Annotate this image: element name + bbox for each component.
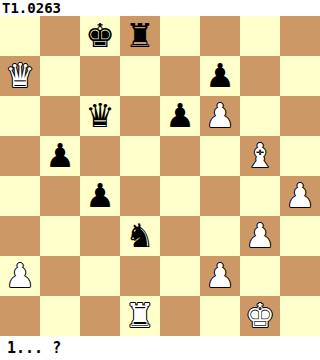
move-prompt: 1... ? xyxy=(7,339,61,357)
square-c3[interactable] xyxy=(80,216,120,256)
square-g6[interactable] xyxy=(240,96,280,136)
square-e5[interactable] xyxy=(160,136,200,176)
square-d3[interactable]: ♞ xyxy=(120,216,160,256)
black-knight[interactable]: ♞ xyxy=(125,216,155,256)
chess-puzzle-window: T1.0263 ♚♜♛♟♛♟♟♟♝♟♟♞♟♟♟♜♚ 1... ? xyxy=(0,0,320,360)
square-h4[interactable]: ♟ xyxy=(280,176,320,216)
white-pawn[interactable]: ♟ xyxy=(285,176,315,216)
square-d7[interactable] xyxy=(120,56,160,96)
square-c2[interactable] xyxy=(80,256,120,296)
square-h7[interactable] xyxy=(280,56,320,96)
black-pawn[interactable]: ♟ xyxy=(45,136,75,176)
square-h6[interactable] xyxy=(280,96,320,136)
white-bishop[interactable]: ♝ xyxy=(245,136,275,176)
square-a6[interactable] xyxy=(0,96,40,136)
square-c1[interactable] xyxy=(80,296,120,336)
white-pawn[interactable]: ♟ xyxy=(245,216,275,256)
black-rook[interactable]: ♜ xyxy=(125,16,155,56)
square-e3[interactable] xyxy=(160,216,200,256)
square-b1[interactable] xyxy=(40,296,80,336)
square-e2[interactable] xyxy=(160,256,200,296)
square-e6[interactable]: ♟ xyxy=(160,96,200,136)
square-e7[interactable] xyxy=(160,56,200,96)
square-a3[interactable] xyxy=(0,216,40,256)
square-b4[interactable] xyxy=(40,176,80,216)
square-e4[interactable] xyxy=(160,176,200,216)
square-d4[interactable] xyxy=(120,176,160,216)
square-f5[interactable] xyxy=(200,136,240,176)
square-g4[interactable] xyxy=(240,176,280,216)
square-d8[interactable]: ♜ xyxy=(120,16,160,56)
square-d2[interactable] xyxy=(120,256,160,296)
square-c4[interactable]: ♟ xyxy=(80,176,120,216)
square-f1[interactable] xyxy=(200,296,240,336)
square-f7[interactable]: ♟ xyxy=(200,56,240,96)
square-g1[interactable]: ♚ xyxy=(240,296,280,336)
square-h8[interactable] xyxy=(280,16,320,56)
square-c8[interactable]: ♚ xyxy=(80,16,120,56)
square-h3[interactable] xyxy=(280,216,320,256)
square-g5[interactable]: ♝ xyxy=(240,136,280,176)
black-pawn[interactable]: ♟ xyxy=(85,176,115,216)
white-pawn[interactable]: ♟ xyxy=(205,256,235,296)
square-b5[interactable]: ♟ xyxy=(40,136,80,176)
square-d5[interactable] xyxy=(120,136,160,176)
square-a8[interactable] xyxy=(0,16,40,56)
black-queen[interactable]: ♛ xyxy=(85,96,115,136)
square-e8[interactable] xyxy=(160,16,200,56)
white-queen[interactable]: ♛ xyxy=(5,56,35,96)
square-a7[interactable]: ♛ xyxy=(0,56,40,96)
square-f2[interactable]: ♟ xyxy=(200,256,240,296)
square-b2[interactable] xyxy=(40,256,80,296)
square-a4[interactable] xyxy=(0,176,40,216)
white-pawn[interactable]: ♟ xyxy=(5,256,35,296)
white-rook[interactable]: ♜ xyxy=(125,296,155,336)
black-pawn[interactable]: ♟ xyxy=(165,96,195,136)
square-b6[interactable] xyxy=(40,96,80,136)
square-g3[interactable]: ♟ xyxy=(240,216,280,256)
square-f6[interactable]: ♟ xyxy=(200,96,240,136)
square-a1[interactable] xyxy=(0,296,40,336)
square-c5[interactable] xyxy=(80,136,120,176)
chess-board: ♚♜♛♟♛♟♟♟♝♟♟♞♟♟♟♜♚ xyxy=(0,16,320,336)
square-c6[interactable]: ♛ xyxy=(80,96,120,136)
square-c7[interactable] xyxy=(80,56,120,96)
square-b7[interactable] xyxy=(40,56,80,96)
square-b3[interactable] xyxy=(40,216,80,256)
square-d6[interactable] xyxy=(120,96,160,136)
black-pawn[interactable]: ♟ xyxy=(205,56,235,96)
square-f4[interactable] xyxy=(200,176,240,216)
square-a2[interactable]: ♟ xyxy=(0,256,40,296)
black-king[interactable]: ♚ xyxy=(85,16,115,56)
square-h2[interactable] xyxy=(280,256,320,296)
square-h5[interactable] xyxy=(280,136,320,176)
square-g7[interactable] xyxy=(240,56,280,96)
square-g8[interactable] xyxy=(240,16,280,56)
white-king[interactable]: ♚ xyxy=(245,296,275,336)
square-f8[interactable] xyxy=(200,16,240,56)
white-pawn[interactable]: ♟ xyxy=(205,96,235,136)
square-a5[interactable] xyxy=(0,136,40,176)
puzzle-id: T1.0263 xyxy=(2,0,61,16)
square-d1[interactable]: ♜ xyxy=(120,296,160,336)
square-e1[interactable] xyxy=(160,296,200,336)
square-g2[interactable] xyxy=(240,256,280,296)
square-h1[interactable] xyxy=(280,296,320,336)
square-b8[interactable] xyxy=(40,16,80,56)
square-f3[interactable] xyxy=(200,216,240,256)
